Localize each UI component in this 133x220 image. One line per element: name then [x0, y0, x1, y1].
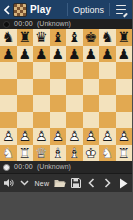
square-e6[interactable]	[66, 62, 83, 79]
black-pawn: ♟	[116, 46, 133, 63]
square-h4[interactable]	[116, 95, 133, 112]
square-h7[interactable]: ♟	[116, 46, 133, 63]
square-f2[interactable]: ♟♙	[83, 128, 100, 145]
square-f6[interactable]	[83, 62, 100, 79]
square-d3[interactable]	[50, 112, 67, 129]
square-h1[interactable]: ♜♖	[116, 145, 133, 162]
options-button[interactable]: Options	[72, 5, 105, 15]
square-e7[interactable]: ♟	[66, 46, 83, 63]
square-c5[interactable]	[33, 79, 50, 96]
white-player-indicator-icon	[3, 164, 10, 171]
square-a5[interactable]	[0, 79, 17, 96]
black-clock-row: 00:00 (Unknown)	[0, 19, 132, 29]
square-b5[interactable]	[17, 79, 34, 96]
white-queen: ♛♕	[33, 145, 50, 162]
white-pawn: ♟♙	[83, 128, 100, 145]
square-d1[interactable]: ♝♗	[50, 145, 67, 162]
play-engine-button[interactable]	[118, 176, 129, 191]
square-g8[interactable]: ♞	[99, 29, 116, 46]
bottom-toolbar: New	[0, 173, 132, 192]
square-a3[interactable]	[0, 112, 17, 129]
square-d7[interactable]: ♟	[50, 46, 67, 63]
white-pawn: ♟♙	[33, 128, 50, 145]
white-player-name: (Unknown)	[37, 162, 71, 172]
square-g2[interactable]: ♟♙	[99, 128, 116, 145]
square-g6[interactable]	[99, 62, 116, 79]
black-pawn: ♟	[17, 46, 34, 63]
square-c8[interactable]: ♛	[33, 29, 50, 46]
square-d4[interactable]	[50, 95, 67, 112]
black-knight: ♞	[0, 29, 17, 46]
square-e3[interactable]	[66, 112, 83, 129]
square-g5[interactable]	[99, 79, 116, 96]
square-a8[interactable]: ♞	[0, 29, 17, 46]
square-h5[interactable]	[116, 79, 133, 96]
black-rook: ♜	[17, 29, 34, 46]
bottom-filler	[0, 192, 132, 220]
square-f4[interactable]	[83, 95, 100, 112]
square-a6[interactable]	[0, 62, 17, 79]
play-icon	[119, 178, 128, 189]
back-button[interactable]	[2, 0, 12, 19]
square-c1[interactable]: ♛♕	[33, 145, 50, 162]
square-g4[interactable]	[99, 95, 116, 112]
square-f3[interactable]	[83, 112, 100, 129]
square-d8[interactable]: ♝	[50, 29, 67, 46]
black-pawn: ♟	[83, 46, 100, 63]
header-bar: Play Options	[0, 0, 132, 19]
square-e4[interactable]	[66, 95, 83, 112]
white-clock-row: 00:00 (Unknown)	[0, 161, 132, 173]
square-f5[interactable]	[83, 79, 100, 96]
square-b8[interactable]: ♜	[17, 29, 34, 46]
square-d2[interactable]: ♟♙	[50, 128, 67, 145]
save-game-button[interactable]	[71, 176, 82, 191]
square-a7[interactable]: ♟	[0, 46, 17, 63]
square-c4[interactable]	[33, 95, 50, 112]
square-g1[interactable]: ♞♘	[99, 145, 116, 162]
square-c6[interactable]	[33, 62, 50, 79]
square-e1[interactable]: ♝♗	[66, 145, 83, 162]
open-game-button[interactable]	[54, 176, 66, 191]
white-pawn: ♟♙	[17, 128, 34, 145]
white-bishop: ♝♗	[50, 145, 67, 162]
chevron-right-icon	[104, 178, 111, 188]
open-folder-icon	[54, 178, 66, 188]
square-b7[interactable]: ♟	[17, 46, 34, 63]
square-b6[interactable]	[17, 62, 34, 79]
square-b4[interactable]	[17, 95, 34, 112]
white-rook: ♜♖	[17, 145, 34, 162]
header-divider	[67, 3, 68, 16]
edit-menu-icon[interactable]	[116, 4, 128, 16]
square-f7[interactable]: ♟	[83, 46, 100, 63]
black-bishop: ♝	[66, 29, 83, 46]
white-pawn: ♟♙	[116, 128, 133, 145]
volume-icon	[4, 178, 14, 188]
square-h6[interactable]	[116, 62, 133, 79]
square-h3[interactable]	[116, 112, 133, 129]
black-bishop: ♝	[50, 29, 67, 46]
square-f1[interactable]: ♚♔	[83, 145, 100, 162]
white-pawn: ♟♙	[0, 128, 17, 145]
square-e5[interactable]	[66, 79, 83, 96]
white-bishop: ♝♗	[66, 145, 83, 162]
white-king: ♚♔	[83, 145, 100, 162]
square-b2[interactable]: ♟♙	[17, 128, 34, 145]
prev-move-button[interactable]	[86, 176, 97, 191]
chevron-down-icon	[20, 180, 29, 186]
square-e8[interactable]: ♝	[66, 29, 83, 46]
white-knight: ♞♘	[0, 145, 17, 162]
app-board-icon	[13, 3, 27, 17]
square-f8[interactable]: ♚	[83, 29, 100, 46]
header-divider	[109, 3, 110, 16]
chess-app-screen: Play Options 00:00 (Unknown) ♞♜♛♝♝♚♞♜♟♟♟…	[0, 0, 132, 220]
white-knight: ♞♘	[99, 145, 116, 162]
black-clock-time: 00:00	[14, 19, 33, 29]
back-chevron-icon	[4, 5, 10, 15]
square-h8[interactable]: ♜	[116, 29, 133, 46]
square-a2[interactable]: ♟♙	[0, 128, 17, 145]
square-a1[interactable]: ♞♘	[0, 145, 17, 162]
page-title: Play	[30, 4, 51, 15]
square-d5[interactable]	[50, 79, 67, 96]
chevron-left-icon	[88, 178, 95, 188]
square-b1[interactable]: ♜♖	[17, 145, 34, 162]
square-e2[interactable]: ♟♙	[66, 128, 83, 145]
black-pawn: ♟	[66, 46, 83, 63]
new-game-button[interactable]: New	[35, 176, 50, 191]
black-king: ♚	[83, 29, 100, 46]
chess-board[interactable]: ♞♜♛♝♝♚♞♜♟♟♟♟♟♟♟♟♟♙♟♙♟♙♟♙♟♙♟♙♟♙♟♙♞♘♜♖♛♕♝♗…	[0, 29, 132, 161]
white-pawn: ♟♙	[66, 128, 83, 145]
black-pawn: ♟	[50, 46, 67, 63]
square-a4[interactable]	[0, 95, 17, 112]
black-rook: ♜	[116, 29, 133, 46]
black-queen: ♛	[33, 29, 50, 46]
white-pawn: ♟♙	[99, 128, 116, 145]
square-g3[interactable]	[99, 112, 116, 129]
black-player-indicator-icon	[3, 21, 10, 28]
square-d6[interactable]	[50, 62, 67, 79]
expand-button[interactable]	[19, 176, 30, 191]
white-pawn: ♟♙	[50, 128, 67, 145]
black-pawn: ♟	[99, 46, 116, 63]
black-knight: ♞	[99, 29, 116, 46]
next-move-button[interactable]	[102, 176, 113, 191]
black-pawn: ♟	[0, 46, 17, 63]
square-c2[interactable]: ♟♙	[33, 128, 50, 145]
square-c3[interactable]	[33, 112, 50, 129]
volume-button[interactable]	[3, 176, 14, 191]
save-floppy-icon	[71, 178, 81, 188]
white-clock-time: 00:00	[14, 162, 33, 172]
black-player-name: (Unknown)	[37, 19, 71, 29]
black-pawn: ♟	[33, 46, 50, 63]
square-b3[interactable]	[17, 112, 34, 129]
square-c7[interactable]: ♟	[33, 46, 50, 63]
square-g7[interactable]: ♟	[99, 46, 116, 63]
white-rook: ♜♖	[116, 145, 133, 162]
square-h2[interactable]: ♟♙	[116, 128, 133, 145]
